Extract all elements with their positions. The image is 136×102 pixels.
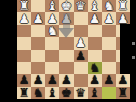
square-c2[interactable]: ♟ [88, 12, 102, 24]
margin-dash-icon [132, 56, 135, 59]
square-h8[interactable]: ♜ [17, 87, 31, 99]
square-e7[interactable]: ♟ [59, 74, 73, 86]
white-knight-icon[interactable]: ♞ [103, 0, 114, 12]
white-pawn-icon[interactable]: ♟ [103, 13, 114, 25]
square-d3[interactable] [74, 25, 88, 37]
square-f2[interactable]: ♟ [45, 12, 59, 24]
square-h5[interactable] [17, 50, 31, 62]
move-hint-arrow-shaft [63, 13, 70, 29]
square-h2[interactable]: ♟ [17, 12, 31, 24]
white-pawn-icon[interactable]: ♟ [47, 13, 58, 25]
square-g7[interactable]: ♟ [31, 74, 45, 86]
square-b4[interactable] [102, 37, 116, 49]
white-pawn-icon[interactable]: ♟ [75, 37, 86, 49]
square-c7[interactable]: ♟ [88, 74, 102, 86]
chess-board[interactable]: ♜♝♚♛♝♞♜♟♟♟♟♟♟♟♞♟♟♞♟♟♟♟♟♟♟♜♞♝♚♛♝♜ [17, 0, 130, 99]
square-e4[interactable] [59, 37, 73, 49]
square-b1[interactable]: ♞ [102, 0, 116, 12]
square-e6[interactable] [59, 62, 73, 74]
square-e1[interactable]: ♚ [59, 0, 73, 12]
square-c4[interactable] [88, 37, 102, 49]
square-f6[interactable] [45, 62, 59, 74]
square-f8[interactable]: ♝ [45, 87, 59, 99]
square-e8[interactable]: ♚ [59, 87, 73, 99]
black-pawn-icon[interactable]: ♟ [19, 74, 30, 86]
square-a7[interactable]: ♟ [116, 74, 130, 86]
square-d2[interactable] [74, 12, 88, 24]
white-pawn-icon[interactable]: ♟ [19, 13, 30, 25]
black-pawn-icon[interactable]: ♟ [61, 74, 72, 86]
square-b7[interactable]: ♟ [102, 74, 116, 86]
square-d6[interactable] [74, 62, 88, 74]
square-b3[interactable] [102, 25, 116, 37]
square-g5[interactable] [31, 50, 45, 62]
square-h6[interactable] [17, 62, 31, 74]
black-pawn-icon[interactable]: ♟ [103, 74, 114, 86]
square-d8[interactable]: ♛ [74, 87, 88, 99]
square-g8[interactable]: ♞ [31, 87, 45, 99]
black-pawn-icon[interactable]: ♟ [75, 50, 86, 62]
square-f7[interactable]: ♟ [45, 74, 59, 86]
square-g6[interactable] [31, 62, 45, 74]
square-b6[interactable] [102, 62, 116, 74]
square-h1[interactable]: ♜ [17, 0, 31, 12]
square-h7[interactable]: ♟ [17, 74, 31, 86]
black-queen-icon[interactable]: ♛ [75, 87, 86, 99]
square-c8[interactable]: ♝ [88, 87, 102, 99]
white-rook-icon[interactable]: ♜ [118, 0, 129, 12]
square-c6[interactable]: ♞ [88, 62, 102, 74]
move-hint-arrow-head [58, 28, 74, 38]
square-c5[interactable] [88, 50, 102, 62]
black-rook-icon[interactable]: ♜ [118, 87, 129, 99]
black-king-icon[interactable]: ♚ [61, 87, 72, 99]
square-g4[interactable] [31, 37, 45, 49]
square-g2[interactable]: ♟ [31, 12, 45, 24]
square-d7[interactable] [74, 74, 88, 86]
square-f4[interactable] [45, 37, 59, 49]
square-d1[interactable]: ♛ [74, 0, 88, 12]
white-knight-icon[interactable]: ♞ [47, 25, 58, 37]
square-d5[interactable]: ♟ [74, 50, 88, 62]
square-g3[interactable] [31, 25, 45, 37]
white-queen-icon[interactable]: ♛ [75, 0, 86, 12]
chess-thumbnail: ♜♝♚♛♝♞♜♟♟♟♟♟♟♟♞♟♟♞♟♟♟♟♟♟♟♜♞♝♚♛♝♜ [0, 0, 136, 102]
square-e5[interactable] [59, 50, 73, 62]
black-knight-icon[interactable]: ♞ [89, 62, 100, 74]
square-g1[interactable] [31, 0, 45, 12]
white-pawn-icon[interactable]: ♟ [33, 13, 44, 25]
black-bishop-icon[interactable]: ♝ [47, 87, 58, 99]
black-pawn-icon[interactable]: ♟ [33, 74, 44, 86]
square-b8[interactable] [102, 87, 116, 99]
square-c1[interactable]: ♝ [88, 0, 102, 12]
white-rook-icon[interactable]: ♜ [19, 0, 30, 12]
margin-dash-icon [132, 42, 135, 45]
square-d4[interactable]: ♟ [74, 37, 88, 49]
white-bishop-icon[interactable]: ♝ [47, 0, 58, 12]
square-h4[interactable] [17, 37, 31, 49]
square-a8[interactable]: ♜ [116, 87, 130, 99]
square-a2[interactable]: ♟ [116, 12, 130, 24]
overlay-panel-notch [120, 24, 136, 74]
black-pawn-icon[interactable]: ♟ [89, 74, 100, 86]
black-knight-icon[interactable]: ♞ [33, 87, 44, 99]
black-pawn-icon[interactable]: ♟ [47, 74, 58, 86]
square-b5[interactable] [102, 50, 116, 62]
black-rook-icon[interactable]: ♜ [19, 87, 30, 99]
black-pawn-icon[interactable]: ♟ [118, 74, 129, 86]
square-a1[interactable]: ♜ [116, 0, 130, 12]
white-pawn-icon[interactable]: ♟ [89, 13, 100, 25]
square-c3[interactable] [88, 25, 102, 37]
square-f5[interactable] [45, 50, 59, 62]
square-f1[interactable]: ♝ [45, 0, 59, 12]
square-b2[interactable]: ♟ [102, 12, 116, 24]
white-bishop-icon[interactable]: ♝ [89, 0, 100, 12]
black-bishop-icon[interactable]: ♝ [89, 87, 100, 99]
white-king-icon[interactable]: ♚ [61, 0, 72, 12]
square-h3[interactable] [17, 25, 31, 37]
white-pawn-icon[interactable]: ♟ [118, 13, 129, 25]
